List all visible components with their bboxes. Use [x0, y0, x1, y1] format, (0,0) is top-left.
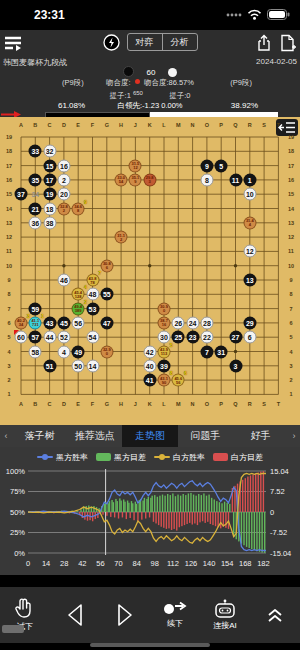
suggestion-order-badge: 1 — [41, 313, 44, 317]
col-label: B — [33, 122, 37, 128]
col-label: F — [91, 401, 94, 407]
tab-4[interactable]: 好手 — [233, 425, 288, 447]
ai-suggestion-H16[interactable]: 33.054 — [115, 173, 128, 186]
row-label: 19 — [6, 134, 12, 140]
tab-2[interactable]: 走势图 — [122, 425, 177, 447]
col-label: H — [119, 122, 123, 128]
svg-text:15.04: 15.04 — [270, 467, 289, 476]
stone-W38-C13: 38 — [43, 216, 56, 229]
stone-B45-D6: 45 — [57, 316, 70, 329]
analyze-mode-button[interactable]: 分析 — [162, 34, 197, 50]
stone-B23-N5: 23 — [186, 331, 199, 344]
match-info-panel: 韩国麦馨杯九段战 2024-02-05 60 (P9段) (P9段) 吻合度: … — [0, 57, 300, 117]
row-label: 18 — [288, 148, 294, 154]
suggestion-order-badge: 7 — [98, 271, 101, 275]
white-stone-icon — [168, 68, 177, 77]
suggestion-order-badge: 9 — [84, 199, 87, 203]
suggestion-order-badge: 2 — [84, 299, 87, 303]
row-label: 2 — [7, 377, 10, 383]
svg-text:7.52: 7.52 — [270, 487, 285, 496]
stone-W14-F3: 14 — [86, 359, 99, 372]
stone-W6-R5: 6 — [243, 331, 256, 344]
stone-B55-G8: 55 — [100, 288, 113, 301]
stone-B37-A15: 37 — [15, 188, 28, 201]
col-label: G — [105, 401, 109, 407]
corner-pill — [2, 625, 24, 633]
svg-text:0%: 0% — [14, 549, 25, 558]
legend-item-0: 黑方胜率 — [37, 452, 88, 463]
cellular-signal-icon — [226, 12, 242, 18]
svg-text:0: 0 — [26, 559, 30, 568]
row-label: 6 — [289, 320, 292, 326]
battery-icon — [267, 9, 290, 20]
suggestion-order-badge: 8 — [170, 371, 173, 375]
red-dot-icon — [135, 79, 140, 84]
stone-W52-D5: 52 — [57, 331, 70, 344]
ai-suggestion-M2[interactable]: 45.6566 — [172, 374, 185, 387]
connect-ai-label: 连接AI — [213, 620, 237, 631]
svg-text:56: 56 — [96, 559, 104, 568]
svg-text:42: 42 — [78, 559, 86, 568]
stone-B5-P17: 5 — [215, 159, 228, 172]
col-label: A — [19, 401, 23, 407]
stone-B15-C17: 15 — [43, 159, 56, 172]
col-label: P — [219, 401, 223, 407]
new-doc-icon[interactable] — [280, 34, 296, 52]
suggestion-order-badge: 5 — [170, 342, 173, 346]
ai-suggestion-D14[interactable]: 32.82 — [57, 202, 70, 215]
row-label: 18 — [6, 148, 12, 154]
wifi-icon — [247, 9, 262, 20]
legend-item-1: 黑方目差 — [96, 452, 146, 463]
col-label: H — [119, 401, 123, 407]
row-label: 16 — [6, 177, 12, 183]
stone-B47-G6: 47 — [100, 316, 113, 329]
svg-text:75%: 75% — [10, 487, 25, 496]
stone-W4-D4: 4 — [57, 345, 70, 358]
ai-suggestion-A6[interactable]: 40.2343 — [15, 316, 28, 329]
stone-B17-C16: 17 — [43, 173, 56, 186]
trend-panel: 黑方胜率黑方目差白方胜率白方目差 100%75%50%25%0%15.047.5… — [0, 447, 300, 575]
continue-label: 续下 — [167, 618, 183, 629]
prev-triangle-icon — [65, 603, 85, 627]
row-label: 5 — [289, 334, 292, 340]
svg-text:168: 168 — [239, 559, 252, 568]
stone-B13-R9: 13 — [243, 274, 256, 287]
continue-button[interactable]: 续下 — [150, 601, 200, 629]
stone-B33-B18: 33 — [29, 145, 42, 158]
stone-B9-O17: 9 — [200, 159, 213, 172]
col-label: J — [134, 401, 137, 407]
captured-stone-number: 34 — [31, 191, 39, 198]
stone-W56-E6: 56 — [72, 316, 85, 329]
stone-W46-D9: 46 — [57, 274, 70, 287]
stone-B7-O4: 7 — [200, 345, 213, 358]
row-label: 7 — [7, 306, 10, 312]
svg-text:182: 182 — [257, 559, 270, 568]
row-label: 16 — [288, 177, 294, 183]
col-label: S — [262, 122, 266, 128]
svg-text:154: 154 — [221, 559, 234, 568]
expand-button[interactable] — [250, 606, 300, 624]
row-label: 3 — [7, 363, 10, 369]
home-indicator[interactable] — [90, 643, 210, 647]
col-label: O — [205, 122, 209, 128]
col-label: D — [62, 401, 66, 407]
col-label: L — [162, 401, 165, 407]
col-label: R — [248, 122, 252, 128]
next-triangle-icon — [115, 603, 135, 627]
play-mode-button[interactable]: 对弈 — [128, 34, 162, 50]
col-label: C — [48, 401, 52, 407]
stone-B27-Q5: 27 — [229, 331, 242, 344]
stone-W50-E3: 50 — [72, 359, 85, 372]
col-label: B — [33, 401, 37, 407]
svg-text:84: 84 — [132, 559, 140, 568]
row-label: 4 — [7, 349, 10, 355]
last-move-marker — [14, 330, 19, 335]
col-label: L — [162, 122, 165, 128]
stone-B21-B14: 21 — [29, 202, 42, 215]
stone-W42-K4: 42 — [143, 345, 156, 358]
svg-text:14: 14 — [42, 559, 50, 568]
captures-white: 提子:0 — [169, 91, 190, 100]
tab-1[interactable]: 推荐选点 — [67, 425, 122, 447]
prev-move-button[interactable] — [50, 603, 100, 627]
stone-B35-B16: 35 — [29, 173, 42, 186]
stone-W22-O5: 22 — [200, 331, 213, 344]
col-label: N — [191, 401, 195, 407]
stone-W54-F5: 54 — [86, 331, 99, 344]
row-label: 9 — [289, 277, 292, 283]
row-label: 11 — [288, 248, 294, 254]
svg-text:126: 126 — [185, 559, 198, 568]
mode-segmented-control: 对弈 分析 — [127, 33, 198, 51]
winrate-chart[interactable]: 100%75%50%25%0%15.047.520-7.52-15.040142… — [0, 465, 300, 575]
captures-superscript: 650 — [133, 90, 143, 96]
ai-suggestion-L6[interactable]: 38.716 — [158, 316, 171, 329]
hand-icon — [14, 598, 36, 620]
svg-text:112: 112 — [167, 559, 179, 568]
svg-text:28: 28 — [60, 559, 68, 568]
black-stone-icon — [123, 66, 134, 77]
tabs-scroll-right[interactable]: › — [288, 425, 300, 447]
col-label: K — [148, 122, 152, 128]
stone-arrow-icon — [162, 601, 188, 617]
stone-B1-R16: 1 — [243, 173, 256, 186]
stone-B49-E4: 49 — [72, 345, 85, 358]
match-rate-left: 吻合度: — [106, 78, 131, 87]
row-label: 9 — [7, 277, 10, 283]
lead-text-left: 白领先:-1.23 0.00% — [117, 101, 182, 110]
svg-text:50%: 50% — [10, 508, 25, 517]
ai-suggestion-F9[interactable]: 43.8787 — [86, 274, 99, 287]
match-rate-row: 吻合度: 吻合度:86.57% — [0, 78, 300, 88]
stone-W28-O6: 28 — [200, 316, 213, 329]
ai-suggestion-L7[interactable]: 30.90 — [158, 302, 171, 315]
ai-suggestion-E7[interactable]: 49.43892 — [72, 302, 85, 315]
stone-W32-C18: 32 — [43, 145, 56, 158]
analysis-tabs: ‹落子树推荐选点走势图问题手好手› — [0, 425, 300, 447]
row-label: 13 — [6, 220, 12, 226]
row-label: 19 — [288, 134, 294, 140]
legend-line-swatch — [37, 456, 53, 458]
col-label: J — [134, 122, 137, 128]
row-label: 3 — [289, 363, 292, 369]
captures-black: 提子:1 — [110, 91, 131, 100]
status-bar: 23:31 — [0, 0, 300, 30]
row-label: 7 — [289, 306, 292, 312]
app-screen: 23:31 对弈 分析 — [0, 0, 300, 650]
chevron-up-double-icon — [266, 606, 284, 624]
header-bar: 对弈 分析 — [0, 30, 300, 57]
stone-B19-C15: 19 — [43, 188, 56, 201]
col-label: C — [48, 122, 52, 128]
clock: 23:31 — [34, 8, 65, 22]
ai-suggestion-R13[interactable]: 31.44 — [243, 216, 256, 229]
next-move-button[interactable] — [100, 603, 150, 627]
row-label: 6 — [7, 320, 10, 326]
svg-text:-15.04: -15.04 — [270, 549, 291, 558]
col-label: S — [262, 401, 266, 407]
match-rate-right: 吻合度:86.57% — [144, 78, 194, 87]
col-label: Q — [233, 122, 237, 128]
col-label: D — [62, 122, 66, 128]
suggestion-order-badge: 6 — [184, 371, 187, 375]
col-label: T — [277, 401, 280, 407]
stone-B41-K2: 41 — [143, 374, 156, 387]
stone-B51-C3: 51 — [43, 359, 56, 372]
stone-W18-C14: 18 — [43, 202, 56, 215]
stone-W58-B4: 58 — [29, 345, 42, 358]
ai-suggestion-L2[interactable]: 43.1908 — [158, 374, 171, 387]
svg-text:25%: 25% — [10, 528, 25, 537]
stone-B11-Q16: 11 — [229, 173, 242, 186]
ai-suggestion-E14[interactable]: 34.689 — [72, 202, 85, 215]
ai-suggestion-K16[interactable]: 29.83 — [143, 173, 156, 186]
row-label: 12 — [6, 234, 12, 240]
go-board[interactable]: AABBCCDDEEFFGGHHJJKKLLMMNNOOPPQQRRSSTT19… — [0, 117, 300, 425]
svg-text:140: 140 — [203, 559, 216, 568]
col-label: K — [148, 401, 152, 407]
svg-text:-7.52: -7.52 — [270, 528, 287, 537]
row-label: 15 — [288, 191, 294, 197]
stone-W10-R15: 10 — [243, 188, 256, 201]
col-label: T — [277, 122, 280, 128]
stone-B25-M5: 25 — [172, 331, 185, 344]
ai-suggestion-L4[interactable]: 43.91135 — [158, 345, 171, 358]
row-label: 12 — [288, 234, 294, 240]
row-label: 15 — [6, 191, 12, 197]
ai-suggestion-J17[interactable]: 31.512 — [129, 159, 142, 172]
move-counter-row: 60 — [0, 66, 300, 77]
row-label: 14 — [6, 206, 12, 212]
connect-ai-button[interactable]: 连接AI — [200, 599, 250, 631]
legend-box-swatch — [96, 453, 111, 461]
row-label: 4 — [289, 349, 292, 355]
stone-W8-O16: 8 — [200, 173, 213, 186]
stone-B57-B5: 57 — [29, 331, 42, 344]
svg-text:98: 98 — [151, 559, 159, 568]
col-label: E — [76, 401, 80, 407]
row-label: 11 — [6, 248, 12, 254]
row-label: 17 — [288, 163, 294, 169]
svg-text:0: 0 — [270, 508, 274, 517]
ai-suggestion-B6[interactable]: 41.17311 — [29, 316, 42, 329]
svg-text:70: 70 — [114, 559, 122, 568]
stone-B29-R6: 29 — [243, 316, 256, 329]
ai-suggestion-G4[interactable]: 32.90 — [100, 345, 113, 358]
stone-W36-B13: 36 — [29, 216, 42, 229]
stone-W16-D17: 16 — [57, 159, 70, 172]
suggestion-order-badge: 3 — [27, 313, 30, 317]
col-label: F — [91, 122, 94, 128]
col-label: M — [176, 401, 181, 407]
stone-B31-P4: 31 — [215, 345, 228, 358]
stone-B43-C6: 43 — [43, 316, 56, 329]
row-label: 8 — [289, 291, 292, 297]
row-label: 5 — [7, 334, 10, 340]
col-label: E — [76, 122, 80, 128]
stone-W24-N6: 24 — [186, 316, 199, 329]
robot-icon — [213, 599, 237, 619]
stone-W40-K3: 40 — [143, 359, 156, 372]
col-label: R — [248, 401, 252, 407]
ai-suggestion-G10[interactable]: 30.86 — [100, 259, 113, 272]
stone-W48-F8: 48 — [86, 288, 99, 301]
captures-row: 提子:1 650 提子:0 — [0, 90, 300, 101]
col-label: P — [219, 122, 223, 128]
legend-line-swatch — [154, 456, 170, 458]
stone-W26-M6: 26 — [172, 316, 185, 329]
stone-W12-R11: 12 — [243, 245, 256, 258]
tabs-scroll-left[interactable]: ‹ — [0, 425, 12, 447]
share-icon[interactable] — [256, 34, 272, 52]
col-label: G — [105, 122, 109, 128]
legend-item-3: 白方目差 — [213, 452, 263, 463]
stone-B3-Q3: 3 — [229, 359, 242, 372]
row-label: 8 — [7, 291, 10, 297]
row-label: 2 — [289, 377, 292, 383]
row-label: 10 — [6, 263, 12, 269]
stone-W20-D15: 20 — [57, 188, 70, 201]
suggestion-order-badge: 4 — [84, 285, 87, 289]
col-label: A — [19, 122, 23, 128]
row-label: 14 — [288, 206, 294, 212]
col-label: N — [191, 122, 195, 128]
tab-0[interactable]: 落子树 — [12, 425, 67, 447]
svg-text:100%: 100% — [6, 467, 26, 476]
row-label: 17 — [6, 163, 12, 169]
legend-box-swatch — [213, 453, 228, 461]
col-label: Q — [233, 401, 237, 407]
col-label: M — [176, 122, 181, 128]
bottom-toolbar: 试下 续下 连接AI — [0, 587, 300, 643]
current-move-number: 60 — [147, 68, 156, 77]
legend-item-2: 白方胜率 — [154, 452, 205, 463]
row-label: 1 — [7, 391, 10, 397]
row-label: 10 — [288, 263, 294, 269]
stone-B53-F7: 53 — [86, 302, 99, 315]
stone-W44-C5: 44 — [43, 331, 56, 344]
chart-legend: 黑方胜率黑方目差白方胜率白方目差 — [0, 449, 300, 465]
tab-3[interactable]: 问题手 — [178, 425, 233, 447]
ai-suggestion-J16[interactable]: 35.19 — [129, 173, 142, 186]
col-label: O — [205, 401, 209, 407]
row-label: 13 — [288, 220, 294, 226]
row-label: 1 — [289, 391, 292, 397]
ai-suggestion-H12[interactable]: 31.12 — [115, 231, 128, 244]
flash-icon[interactable] — [103, 34, 120, 51]
stone-W2-D16: 2 — [57, 173, 70, 186]
